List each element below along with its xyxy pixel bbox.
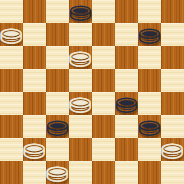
square-b2[interactable]: ⛂ [23,138,46,161]
square-g3[interactable]: ⛂ [138,115,161,138]
square-e7[interactable] [92,23,115,46]
square-a6 [0,46,23,69]
square-b5 [23,69,46,92]
square-e1[interactable] [92,161,115,184]
square-h7 [161,23,184,46]
white-man-a7[interactable]: ⛂ [0,23,23,46]
square-e8 [92,0,115,23]
black-man-d8[interactable]: ⛂ [69,0,92,23]
square-b1 [23,161,46,184]
square-f2[interactable] [115,138,138,161]
square-h6[interactable] [161,46,184,69]
square-a2 [0,138,23,161]
square-b8[interactable] [23,0,46,23]
square-g2 [138,138,161,161]
square-g5[interactable] [138,69,161,92]
square-c1[interactable]: ⛂ [46,161,69,184]
square-e3[interactable] [92,115,115,138]
square-c5[interactable] [46,69,69,92]
square-d8[interactable]: ⛂ [69,0,92,23]
square-f8[interactable] [115,0,138,23]
square-a1[interactable] [0,161,23,184]
square-a3[interactable] [0,115,23,138]
white-man-b2[interactable]: ⛂ [23,138,46,161]
square-f7 [115,23,138,46]
black-man-g3[interactable]: ⛂ [138,115,161,138]
square-e4 [92,92,115,115]
square-a4 [0,92,23,115]
square-a7[interactable]: ⛂ [0,23,23,46]
square-c6 [46,46,69,69]
square-d1 [69,161,92,184]
square-g1[interactable] [138,161,161,184]
square-e2 [92,138,115,161]
black-man-f4[interactable]: ⛂ [115,92,138,115]
square-g7[interactable]: ⛂ [138,23,161,46]
white-man-d4[interactable]: ⛂ [69,92,92,115]
square-h2[interactable]: ⛂ [161,138,184,161]
square-g6 [138,46,161,69]
square-h5 [161,69,184,92]
checkers-board-wrap: ⛂⛂⛂⛂⛂⛂⛂⛂⛂⛂⛂ [0,0,184,184]
square-f1 [115,161,138,184]
square-d3 [69,115,92,138]
white-man-c1[interactable]: ⛂ [46,161,69,184]
square-h8[interactable] [161,0,184,23]
square-b7 [23,23,46,46]
square-d6[interactable]: ⛂ [69,46,92,69]
black-man-g7[interactable]: ⛂ [138,23,161,46]
square-c8 [46,0,69,23]
white-man-h2[interactable]: ⛂ [161,138,184,161]
square-c7[interactable] [46,23,69,46]
square-d4[interactable]: ⛂ [69,92,92,115]
black-man-c3[interactable]: ⛂ [46,115,69,138]
square-c3[interactable]: ⛂ [46,115,69,138]
square-f4[interactable]: ⛂ [115,92,138,115]
square-e5[interactable] [92,69,115,92]
square-f3 [115,115,138,138]
square-b4[interactable] [23,92,46,115]
square-h4[interactable] [161,92,184,115]
square-e6 [92,46,115,69]
white-man-d6[interactable]: ⛂ [69,46,92,69]
square-d2[interactable] [69,138,92,161]
board: ⛂⛂⛂⛂⛂⛂⛂⛂⛂⛂⛂ [0,0,184,184]
square-b6[interactable] [23,46,46,69]
square-a5[interactable] [0,69,23,92]
square-h1 [161,161,184,184]
square-f6[interactable] [115,46,138,69]
